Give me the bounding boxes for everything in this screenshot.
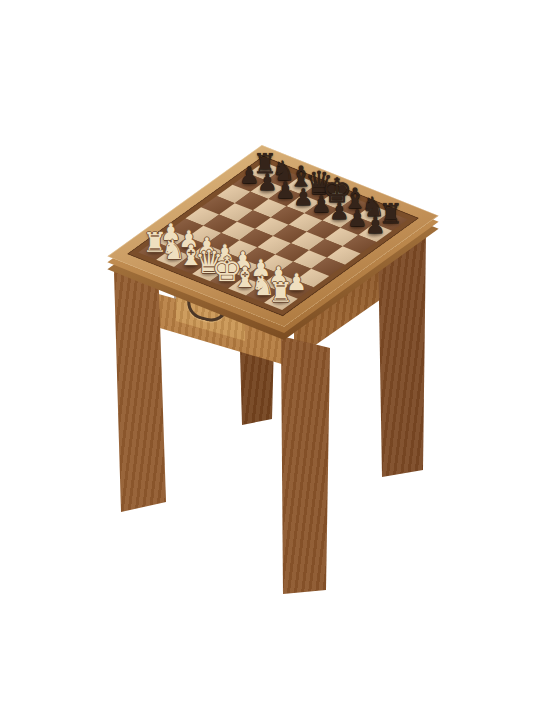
table-apron-left [0,0,540,720]
square-h1: ♜ [264,291,298,309]
piece-black-pawn-h7: ♟ [365,214,386,237]
piece-white-rook-h1: ♜ [269,279,293,306]
product-photo: ♜♞♝♛♚♝♞♜♟♟♟♟♟♟♟♟♟♟♟♟♟♟♟♟♜♞♝♛♚♝♞♜ [0,0,540,720]
